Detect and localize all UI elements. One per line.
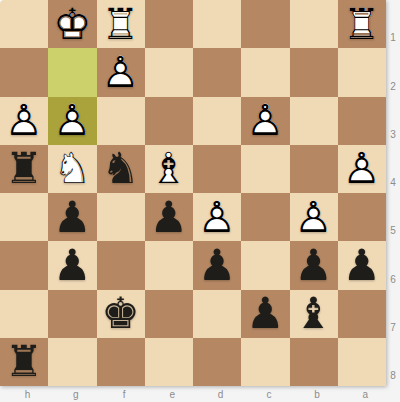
coords-corner	[386, 386, 400, 402]
piece-white-king[interactable]	[48, 0, 96, 48]
square-f8[interactable]	[97, 338, 145, 386]
square-e8[interactable]	[145, 338, 193, 386]
piece-white-pawn[interactable]	[290, 193, 338, 241]
piece-white-rook[interactable]	[338, 0, 386, 48]
square-e3[interactable]	[145, 97, 193, 145]
square-a4[interactable]	[338, 145, 386, 193]
file-label-b: b	[290, 386, 338, 402]
piece-white-pawn[interactable]	[241, 97, 289, 145]
file-label-f: f	[97, 386, 145, 402]
piece-black-pawn[interactable]	[338, 241, 386, 289]
square-e5[interactable]	[145, 193, 193, 241]
square-g4[interactable]	[48, 145, 96, 193]
square-d6[interactable]	[193, 241, 241, 289]
square-h8[interactable]	[0, 338, 48, 386]
piece-black-pawn[interactable]	[48, 241, 96, 289]
square-f1[interactable]	[97, 0, 145, 48]
square-b6[interactable]	[290, 241, 338, 289]
square-d4[interactable]	[193, 145, 241, 193]
rank-label-4: 4	[386, 145, 400, 193]
square-g6[interactable]	[48, 241, 96, 289]
square-f5[interactable]	[97, 193, 145, 241]
square-c7[interactable]	[241, 290, 289, 338]
piece-black-rook[interactable]	[0, 145, 48, 193]
rank-label-6: 6	[386, 241, 400, 289]
square-c2[interactable]	[241, 48, 289, 96]
square-h1[interactable]	[0, 0, 48, 48]
file-label-d: d	[193, 386, 241, 402]
piece-white-pawn[interactable]	[0, 97, 48, 145]
file-label-g: g	[48, 386, 96, 402]
chess-app-window: 12345678 hgfedcba	[0, 0, 400, 402]
file-labels: hgfedcba	[0, 386, 386, 402]
square-h4[interactable]	[0, 145, 48, 193]
square-b4[interactable]	[290, 145, 338, 193]
rank-label-3: 3	[386, 97, 400, 145]
square-c5[interactable]	[241, 193, 289, 241]
piece-white-bishop[interactable]	[145, 145, 193, 193]
piece-white-pawn[interactable]	[338, 145, 386, 193]
square-a2[interactable]	[338, 48, 386, 96]
square-f2[interactable]	[97, 48, 145, 96]
file-label-c: c	[241, 386, 289, 402]
file-label-a: a	[338, 386, 386, 402]
piece-white-rook[interactable]	[97, 0, 145, 48]
rank-label-7: 7	[386, 290, 400, 338]
square-b2[interactable]	[290, 48, 338, 96]
square-e7[interactable]	[145, 290, 193, 338]
square-f4[interactable]	[97, 145, 145, 193]
square-d2[interactable]	[193, 48, 241, 96]
piece-white-knight[interactable]	[48, 145, 96, 193]
piece-white-pawn[interactable]	[97, 48, 145, 96]
piece-black-pawn[interactable]	[241, 290, 289, 338]
rank-label-1: 1	[386, 0, 400, 48]
file-label-h: h	[0, 386, 48, 402]
rank-label-2: 2	[386, 48, 400, 96]
square-a6[interactable]	[338, 241, 386, 289]
square-d7[interactable]	[193, 290, 241, 338]
square-a3[interactable]	[338, 97, 386, 145]
piece-black-pawn[interactable]	[48, 193, 96, 241]
rank-label-5: 5	[386, 193, 400, 241]
piece-black-bishop[interactable]	[290, 290, 338, 338]
square-b7[interactable]	[290, 290, 338, 338]
square-g3[interactable]	[48, 97, 96, 145]
square-f7[interactable]	[97, 290, 145, 338]
square-h6[interactable]	[0, 241, 48, 289]
piece-black-knight[interactable]	[97, 145, 145, 193]
square-d3[interactable]	[193, 97, 241, 145]
square-g8[interactable]	[48, 338, 96, 386]
piece-black-king[interactable]	[97, 290, 145, 338]
square-c3[interactable]	[241, 97, 289, 145]
square-h7[interactable]	[0, 290, 48, 338]
square-g2[interactable]	[48, 48, 96, 96]
chess-board	[0, 0, 386, 386]
rank-labels: 12345678	[386, 0, 400, 386]
square-h5[interactable]	[0, 193, 48, 241]
square-b3[interactable]	[290, 97, 338, 145]
square-g7[interactable]	[48, 290, 96, 338]
square-e2[interactable]	[145, 48, 193, 96]
square-e6[interactable]	[145, 241, 193, 289]
piece-white-pawn[interactable]	[48, 97, 96, 145]
square-d8[interactable]	[193, 338, 241, 386]
square-d5[interactable]	[193, 193, 241, 241]
square-a8[interactable]	[338, 338, 386, 386]
piece-black-rook[interactable]	[0, 338, 48, 386]
piece-white-pawn[interactable]	[193, 193, 241, 241]
square-a7[interactable]	[338, 290, 386, 338]
square-h2[interactable]	[0, 48, 48, 96]
piece-black-pawn[interactable]	[193, 241, 241, 289]
square-g5[interactable]	[48, 193, 96, 241]
square-c6[interactable]	[241, 241, 289, 289]
square-a5[interactable]	[338, 193, 386, 241]
square-d1[interactable]	[193, 0, 241, 48]
square-c8[interactable]	[241, 338, 289, 386]
square-c4[interactable]	[241, 145, 289, 193]
piece-black-pawn[interactable]	[290, 241, 338, 289]
square-a1[interactable]	[338, 0, 386, 48]
square-b1[interactable]	[290, 0, 338, 48]
square-b5[interactable]	[290, 193, 338, 241]
square-c1[interactable]	[241, 0, 289, 48]
square-h3[interactable]	[0, 97, 48, 145]
square-g1[interactable]	[48, 0, 96, 48]
square-e4[interactable]	[145, 145, 193, 193]
rank-label-8: 8	[386, 338, 400, 386]
square-e1[interactable]	[145, 0, 193, 48]
piece-black-pawn[interactable]	[145, 193, 193, 241]
square-f6[interactable]	[97, 241, 145, 289]
square-b8[interactable]	[290, 338, 338, 386]
square-f3[interactable]	[97, 97, 145, 145]
file-label-e: e	[145, 386, 193, 402]
